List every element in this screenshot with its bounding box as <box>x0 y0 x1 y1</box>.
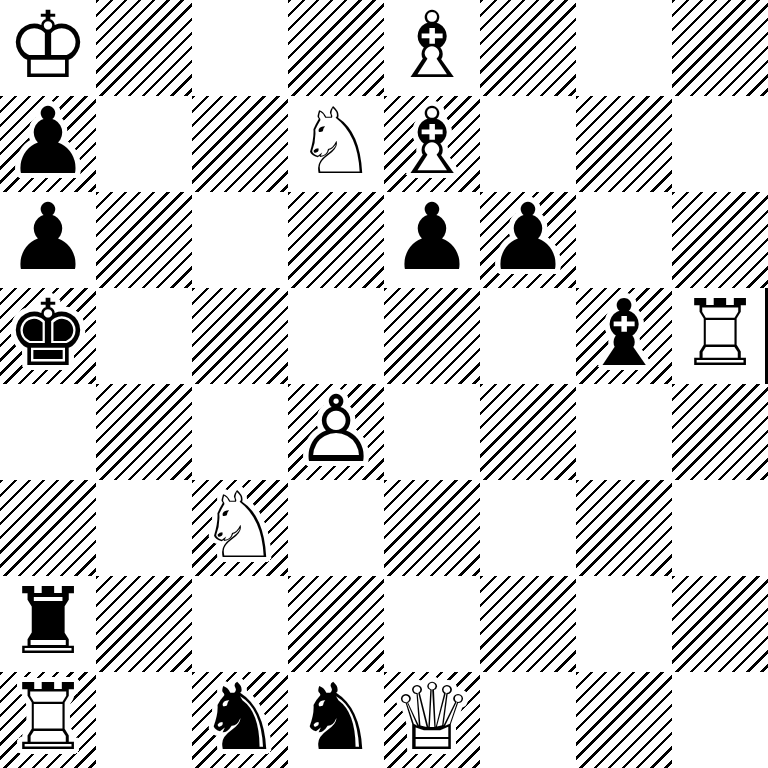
square-c8[interactable] <box>192 0 288 96</box>
square-c1[interactable]: ♞♞ <box>192 672 288 768</box>
white-rook-icon: ♖ <box>672 286 768 382</box>
black-bishop-icon: ♝ <box>576 286 672 382</box>
piece-white-king-a8: ♚♔ <box>0 0 96 96</box>
black-knight-icon: ♞ <box>192 670 288 766</box>
square-c6[interactable] <box>192 192 288 288</box>
piece-white-knight-c3: ♞♘ <box>192 480 288 576</box>
square-f5[interactable] <box>480 288 576 384</box>
white-king-icon: ♔ <box>0 0 96 94</box>
square-a4[interactable] <box>0 384 96 480</box>
piece-black-pawn-f6: ♟♟ <box>480 192 576 288</box>
square-h5[interactable]: ♜♖ <box>672 288 768 384</box>
piece-black-bishop-g5: ♝♝ <box>576 288 672 384</box>
square-g6[interactable] <box>576 192 672 288</box>
square-d3[interactable] <box>288 480 384 576</box>
piece-white-queen-e1: ♛♕ <box>384 672 480 768</box>
square-f4[interactable] <box>480 384 576 480</box>
square-d5[interactable] <box>288 288 384 384</box>
square-b6[interactable] <box>96 192 192 288</box>
piece-white-pawn-d4: ♟♙ <box>288 384 384 480</box>
square-c7[interactable] <box>192 96 288 192</box>
square-f2[interactable] <box>480 576 576 672</box>
black-pawn-icon: ♟ <box>480 190 576 286</box>
square-h6[interactable] <box>672 192 768 288</box>
chess-board: ♚♔♝♗♟♟♞♘♝♗♟♟♟♟♟♟♚♚♝♝♜♖♟♙♞♘♜♜♜♖♞♞♞♞♛♕ <box>0 0 768 768</box>
square-h8[interactable] <box>672 0 768 96</box>
square-g7[interactable] <box>576 96 672 192</box>
square-b4[interactable] <box>96 384 192 480</box>
square-e3[interactable] <box>384 480 480 576</box>
square-e1[interactable]: ♛♕ <box>384 672 480 768</box>
white-knight-icon: ♘ <box>288 94 384 190</box>
square-f1[interactable] <box>480 672 576 768</box>
square-e2[interactable] <box>384 576 480 672</box>
square-f3[interactable] <box>480 480 576 576</box>
square-g1[interactable] <box>576 672 672 768</box>
square-e6[interactable]: ♟♟ <box>384 192 480 288</box>
square-d2[interactable] <box>288 576 384 672</box>
square-g2[interactable] <box>576 576 672 672</box>
piece-black-knight-c1: ♞♞ <box>192 672 288 768</box>
square-a3[interactable] <box>0 480 96 576</box>
piece-black-knight-d1: ♞♞ <box>288 672 384 768</box>
piece-white-bishop-e7: ♝♗ <box>384 96 480 192</box>
piece-black-pawn-e6: ♟♟ <box>384 192 480 288</box>
piece-black-king-a5: ♚♚ <box>0 288 96 384</box>
square-c2[interactable] <box>192 576 288 672</box>
black-rook-icon: ♜ <box>0 574 96 670</box>
square-d1[interactable]: ♞♞ <box>288 672 384 768</box>
white-pawn-icon: ♙ <box>288 382 384 478</box>
piece-white-rook-a1: ♜♖ <box>0 672 96 768</box>
piece-black-pawn-a7: ♟♟ <box>0 96 96 192</box>
piece-white-rook-h5: ♜♖ <box>672 288 768 384</box>
square-b3[interactable] <box>96 480 192 576</box>
square-d7[interactable]: ♞♘ <box>288 96 384 192</box>
chess-diagram: ♚♔♝♗♟♟♞♘♝♗♟♟♟♟♟♟♚♚♝♝♜♖♟♙♞♘♜♜♜♖♞♞♞♞♛♕ <box>0 0 768 768</box>
square-h2[interactable] <box>672 576 768 672</box>
square-h3[interactable] <box>672 480 768 576</box>
piece-white-knight-d7: ♞♘ <box>288 96 384 192</box>
piece-white-bishop-e8: ♝♗ <box>384 0 480 96</box>
square-b5[interactable] <box>96 288 192 384</box>
black-pawn-icon: ♟ <box>0 94 96 190</box>
square-a5[interactable]: ♚♚ <box>0 288 96 384</box>
square-d6[interactable] <box>288 192 384 288</box>
white-bishop-icon: ♗ <box>384 0 480 94</box>
piece-black-rook-a2: ♜♜ <box>0 576 96 672</box>
square-f7[interactable] <box>480 96 576 192</box>
square-h4[interactable] <box>672 384 768 480</box>
square-g8[interactable] <box>576 0 672 96</box>
square-a7[interactable]: ♟♟ <box>0 96 96 192</box>
square-b7[interactable] <box>96 96 192 192</box>
square-c3[interactable]: ♞♘ <box>192 480 288 576</box>
white-rook-icon: ♖ <box>0 670 96 766</box>
square-h1[interactable] <box>672 672 768 768</box>
square-a2[interactable]: ♜♜ <box>0 576 96 672</box>
black-king-icon: ♚ <box>0 286 96 382</box>
square-a8[interactable]: ♚♔ <box>0 0 96 96</box>
square-f6[interactable]: ♟♟ <box>480 192 576 288</box>
square-a1[interactable]: ♜♖ <box>0 672 96 768</box>
square-c4[interactable] <box>192 384 288 480</box>
square-e8[interactable]: ♝♗ <box>384 0 480 96</box>
square-d8[interactable] <box>288 0 384 96</box>
black-knight-icon: ♞ <box>288 670 384 766</box>
square-b2[interactable] <box>96 576 192 672</box>
square-e4[interactable] <box>384 384 480 480</box>
white-bishop-icon: ♗ <box>384 94 480 190</box>
square-b8[interactable] <box>96 0 192 96</box>
square-e7[interactable]: ♝♗ <box>384 96 480 192</box>
square-g4[interactable] <box>576 384 672 480</box>
square-g3[interactable] <box>576 480 672 576</box>
square-g5[interactable]: ♝♝ <box>576 288 672 384</box>
square-c5[interactable] <box>192 288 288 384</box>
black-pawn-icon: ♟ <box>0 190 96 286</box>
square-h7[interactable] <box>672 96 768 192</box>
square-e5[interactable] <box>384 288 480 384</box>
piece-black-pawn-a6: ♟♟ <box>0 192 96 288</box>
square-f8[interactable] <box>480 0 576 96</box>
square-b1[interactable] <box>96 672 192 768</box>
white-knight-icon: ♘ <box>192 478 288 574</box>
white-queen-icon: ♕ <box>384 670 480 766</box>
square-a6[interactable]: ♟♟ <box>0 192 96 288</box>
square-d4[interactable]: ♟♙ <box>288 384 384 480</box>
black-pawn-icon: ♟ <box>384 190 480 286</box>
